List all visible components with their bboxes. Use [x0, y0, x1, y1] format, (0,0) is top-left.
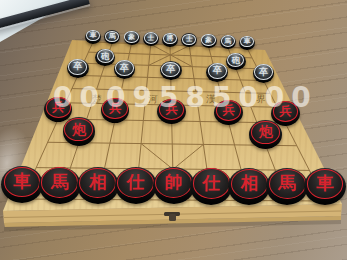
piece-character: 士	[147, 34, 154, 41]
piece-black-elephant[interactable]: 象	[124, 31, 140, 45]
piece-face: 卒	[115, 60, 134, 76]
piece-character: 士	[186, 36, 193, 43]
piece-character: 仕	[127, 174, 145, 192]
piece-character: 馬	[278, 175, 296, 193]
piece-character: 象	[128, 34, 135, 41]
piece-red-cannon[interactable]: 炮	[249, 120, 282, 149]
piece-character: 卒	[213, 66, 222, 75]
piece-black-cannon[interactable]: 砲	[95, 49, 115, 66]
piece-character: 相	[89, 174, 107, 192]
piece-character: 馬	[224, 37, 231, 44]
piece-red-chariot[interactable]: 車	[1, 166, 43, 203]
piece-character: 卒	[73, 62, 82, 71]
piece-face: 將	[163, 33, 177, 45]
piece-face: 象	[124, 31, 138, 43]
piece-character: 象	[205, 37, 212, 44]
piece-character: 帥	[165, 174, 183, 192]
piece-red-advisor[interactable]: 仕	[190, 168, 232, 205]
piece-black-soldier[interactable]: 卒	[160, 61, 182, 80]
piece-red-horse[interactable]: 馬	[266, 168, 308, 205]
piece-character: 馬	[109, 33, 116, 40]
piece-black-horse[interactable]: 馬	[104, 30, 120, 44]
photo-scene: 楚河漢界 車馬象士將士象馬車砲砲卒卒卒卒卒兵兵兵兵兵炮炮車馬相仕帥仕相馬車 00…	[0, 0, 347, 260]
piece-red-chariot[interactable]: 車	[304, 168, 346, 205]
piece-face: 士	[144, 32, 158, 44]
piece-black-soldier[interactable]: 卒	[114, 60, 136, 79]
piece-character: 車	[244, 38, 251, 45]
piece-red-advisor[interactable]: 仕	[115, 167, 157, 204]
piece-character: 砲	[101, 52, 109, 60]
piece-face: 車	[86, 30, 100, 42]
piece-black-soldier[interactable]: 卒	[67, 59, 89, 78]
piece-character: 車	[90, 32, 97, 39]
piece-red-cannon[interactable]: 炮	[63, 117, 96, 146]
piece-face: 炮	[251, 121, 280, 145]
piece-character: 仕	[203, 174, 221, 192]
piece-black-horse[interactable]: 馬	[220, 35, 236, 49]
piece-black-chariot[interactable]: 車	[85, 30, 101, 44]
piece-face: 卒	[161, 62, 180, 78]
piece-black-general[interactable]: 將	[162, 33, 178, 47]
piece-face: 卒	[208, 63, 227, 79]
piece-face: 卒	[68, 59, 87, 75]
piece-red-elephant[interactable]: 相	[228, 168, 270, 205]
piece-face: 馬	[105, 31, 119, 43]
piece-face: 車	[240, 36, 254, 48]
piece-black-soldier[interactable]: 卒	[206, 63, 228, 82]
watermark-text: 0009585000	[53, 81, 318, 114]
piece-character: 炮	[72, 123, 86, 137]
pieces-layer: 車馬象士將士象馬車砲砲卒卒卒卒卒兵兵兵兵兵炮炮車馬相仕帥仕相馬車	[0, 0, 347, 260]
piece-face: 車	[307, 169, 344, 199]
piece-face: 仕	[193, 168, 230, 198]
piece-face: 卒	[254, 64, 273, 80]
piece-red-elephant[interactable]: 相	[77, 167, 119, 204]
piece-face: 砲	[227, 53, 244, 67]
piece-character: 卒	[166, 65, 175, 74]
piece-face: 帥	[155, 168, 192, 198]
piece-character: 相	[240, 175, 258, 193]
piece-character: 車	[13, 173, 31, 191]
piece-character: 將	[167, 35, 174, 42]
piece-face: 相	[79, 168, 116, 198]
piece-face: 馬	[269, 169, 306, 199]
piece-character: 馬	[51, 173, 69, 191]
piece-face: 象	[201, 34, 215, 46]
piece-red-horse[interactable]: 馬	[39, 167, 81, 204]
piece-black-soldier[interactable]: 卒	[253, 64, 275, 83]
piece-face: 炮	[64, 118, 93, 142]
piece-face: 馬	[221, 35, 235, 47]
piece-black-advisor[interactable]: 士	[143, 32, 159, 46]
piece-face: 車	[4, 167, 41, 197]
piece-face: 相	[231, 169, 268, 199]
piece-face: 士	[182, 34, 196, 46]
piece-black-cannon[interactable]: 砲	[226, 53, 246, 70]
piece-character: 卒	[259, 67, 268, 76]
piece-face: 砲	[97, 49, 114, 63]
piece-character: 炮	[259, 125, 273, 139]
piece-character: 砲	[232, 56, 240, 64]
piece-character: 卒	[120, 63, 129, 72]
piece-black-advisor[interactable]: 士	[181, 33, 197, 47]
piece-face: 馬	[41, 167, 78, 197]
piece-face: 仕	[117, 168, 154, 198]
piece-black-elephant[interactable]: 象	[201, 34, 217, 48]
piece-black-chariot[interactable]: 車	[239, 36, 255, 50]
piece-character: 車	[316, 175, 334, 193]
piece-red-general[interactable]: 帥	[153, 167, 195, 204]
